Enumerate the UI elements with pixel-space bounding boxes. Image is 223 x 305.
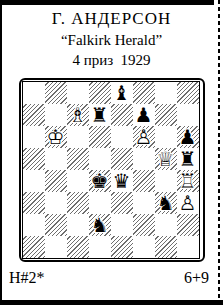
square-d6 [89,126,111,148]
white-king-b6: ♔ [45,126,67,148]
board-outer-border: ♝♝♝♗♜♜♟♟♚♔♟♙♟♟♛♕♜♜♚♚♛♛♜♖♞♞♟♙♞♞ [19,78,205,262]
square-h2 [177,214,199,236]
white-queen-g5: ♕ [155,148,177,170]
author-name: Г. АНДЕРСОН [0,8,223,30]
black-knight-d2: ♞ [89,214,111,236]
square-e8: ♝♝ [111,82,133,104]
square-b3 [45,192,67,214]
square-d5 [89,148,111,170]
square-c3 [67,192,89,214]
square-h1 [177,236,199,258]
square-b7 [45,104,67,126]
black-rook-h5: ♜ [177,148,199,170]
chess-board: ♝♝♝♗♜♜♟♟♚♔♟♙♟♟♛♕♜♜♚♚♛♛♜♖♞♞♟♙♞♞ [23,82,199,258]
square-e3 [111,192,133,214]
square-b1 [45,236,67,258]
square-d3 [89,192,111,214]
square-e7 [111,104,133,126]
page-frame-left [0,0,2,305]
problem-caption: H#2* 6+9 [0,269,223,287]
square-c8 [67,82,89,104]
square-a8 [23,82,45,104]
material-count: 6+9 [184,269,209,287]
square-a5 [23,148,45,170]
square-e4: ♛♛ [111,170,133,192]
square-g2 [155,214,177,236]
square-f7: ♟♟ [133,104,155,126]
black-queen-e4: ♛ [111,170,133,192]
square-h3: ♟♙ [177,192,199,214]
square-g7 [155,104,177,126]
square-a1 [23,236,45,258]
square-d2: ♞♞ [89,214,111,236]
black-knight-g3: ♞ [155,192,177,214]
square-c1 [67,236,89,258]
square-d1 [89,236,111,258]
white-pawn-h3: ♙ [177,192,199,214]
white-rook-h4: ♖ [177,170,199,192]
black-rook-d7: ♜ [89,104,111,126]
square-g1 [155,236,177,258]
square-a2 [23,214,45,236]
page-frame-bottom [0,300,223,305]
square-a3 [23,192,45,214]
square-g8 [155,82,177,104]
white-bishop-c7: ♗ [67,104,89,126]
square-b8 [45,82,67,104]
square-h7 [177,104,199,126]
square-b6: ♚♔ [45,126,67,148]
square-a4 [23,170,45,192]
square-d8 [89,82,111,104]
square-d7: ♜♜ [89,104,111,126]
square-f5 [133,148,155,170]
source-title: “Falkirk Herald” [0,30,223,50]
square-a6 [23,126,45,148]
black-king-d4: ♚ [89,170,111,192]
square-c7: ♝♗ [67,104,89,126]
square-h5: ♜♜ [177,148,199,170]
black-pawn-h6: ♟ [177,126,199,148]
square-e5 [111,148,133,170]
white-pawn-f6: ♙ [133,126,155,148]
square-h4: ♜♖ [177,170,199,192]
square-g4 [155,170,177,192]
square-e6 [111,126,133,148]
square-b5 [45,148,67,170]
square-c5 [67,148,89,170]
problem-header: Г. АНДЕРСОН “Falkirk Herald” 4 приз 1929 [0,0,223,70]
square-c6 [67,126,89,148]
square-c2 [67,214,89,236]
square-f3 [133,192,155,214]
page-cut-dashed-line [218,0,220,305]
square-h8 [177,82,199,104]
square-h6: ♟♟ [177,126,199,148]
square-f2 [133,214,155,236]
square-f4 [133,170,155,192]
square-g6 [155,126,177,148]
square-d4: ♚♚ [89,170,111,192]
square-f6: ♟♙ [133,126,155,148]
square-c4 [67,170,89,192]
board-inner-border: ♝♝♝♗♜♜♟♟♚♔♟♙♟♟♛♕♜♜♚♚♛♛♜♖♞♞♟♙♞♞ [22,81,200,259]
page-frame-top [0,0,214,5]
square-a7 [23,104,45,126]
square-f1 [133,236,155,258]
square-b4 [45,170,67,192]
square-e1 [111,236,133,258]
award-year: 4 приз 1929 [0,50,223,70]
black-bishop-e8: ♝ [111,82,133,104]
square-b2 [45,214,67,236]
square-f8 [133,82,155,104]
square-g5: ♛♕ [155,148,177,170]
stipulation-text: H#2* [9,269,45,287]
square-e2 [111,214,133,236]
square-g3: ♞♞ [155,192,177,214]
black-pawn-f7: ♟ [133,104,155,126]
